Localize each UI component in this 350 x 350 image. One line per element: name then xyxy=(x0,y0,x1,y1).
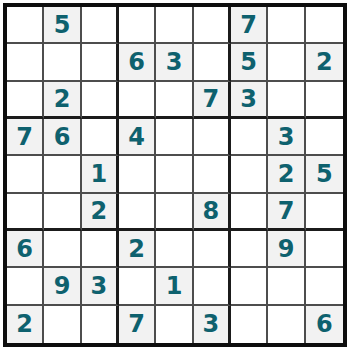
sudoku-cell-r9c7[interactable] xyxy=(231,306,268,343)
sudoku-cell-r2c3[interactable] xyxy=(82,44,119,81)
sudoku-cell-r7c1[interactable]: 6 xyxy=(7,231,44,268)
cell-digit: 4 xyxy=(128,125,145,149)
cell-digit: 3 xyxy=(90,274,107,298)
sudoku-cell-r2c5[interactable]: 3 xyxy=(156,44,193,81)
cell-digit: 5 xyxy=(316,162,333,186)
sudoku-cell-r9c3[interactable] xyxy=(82,306,119,343)
sudoku-cell-r5c5[interactable] xyxy=(156,156,193,193)
sudoku-cell-r5c2[interactable] xyxy=(44,156,81,193)
sudoku-cell-r7c9[interactable] xyxy=(306,231,343,268)
sudoku-cell-r7c7[interactable] xyxy=(231,231,268,268)
cell-digit: 7 xyxy=(128,312,145,336)
sudoku-cell-r1c6[interactable] xyxy=(194,7,231,44)
cell-digit: 5 xyxy=(54,13,71,37)
sudoku-cell-r1c3[interactable] xyxy=(82,7,119,44)
sudoku-cell-r6c9[interactable] xyxy=(306,194,343,231)
sudoku-cell-r8c4[interactable] xyxy=(119,268,156,305)
cell-digit: 2 xyxy=(316,50,333,74)
sudoku-cell-r5c4[interactable] xyxy=(119,156,156,193)
sudoku-cell-r4c3[interactable] xyxy=(82,119,119,156)
sudoku-cell-r6c1[interactable] xyxy=(7,194,44,231)
sudoku-cell-r5c6[interactable] xyxy=(194,156,231,193)
sudoku-cell-r2c6[interactable] xyxy=(194,44,231,81)
sudoku-cell-r2c4[interactable]: 6 xyxy=(119,44,156,81)
page: 57635227376431252876299312736 xyxy=(0,0,350,350)
sudoku-cell-r3c4[interactable] xyxy=(119,82,156,119)
sudoku-cell-r9c2[interactable] xyxy=(44,306,81,343)
sudoku-cell-r6c6[interactable]: 8 xyxy=(194,194,231,231)
sudoku-cell-r4c6[interactable] xyxy=(194,119,231,156)
sudoku-cell-r7c5[interactable] xyxy=(156,231,193,268)
sudoku-cell-r4c2[interactable]: 6 xyxy=(44,119,81,156)
sudoku-cell-r7c6[interactable] xyxy=(194,231,231,268)
sudoku-cell-r7c3[interactable] xyxy=(82,231,119,268)
sudoku-cell-r8c6[interactable] xyxy=(194,268,231,305)
sudoku-cell-r2c8[interactable] xyxy=(268,44,305,81)
sudoku-cell-r1c7[interactable]: 7 xyxy=(231,7,268,44)
sudoku-cell-r8c5[interactable]: 1 xyxy=(156,268,193,305)
sudoku-cell-r4c9[interactable] xyxy=(306,119,343,156)
cell-digit: 1 xyxy=(90,162,107,186)
sudoku-cell-r4c5[interactable] xyxy=(156,119,193,156)
sudoku-cell-r9c1[interactable]: 2 xyxy=(7,306,44,343)
cell-digit: 7 xyxy=(240,13,257,37)
sudoku-cell-r6c3[interactable]: 2 xyxy=(82,194,119,231)
sudoku-cell-r3c9[interactable] xyxy=(306,82,343,119)
sudoku-cell-r8c1[interactable] xyxy=(7,268,44,305)
cell-digit: 7 xyxy=(16,125,33,149)
sudoku-cell-r3c7[interactable]: 3 xyxy=(231,82,268,119)
sudoku-cell-r3c1[interactable] xyxy=(7,82,44,119)
cell-digit: 2 xyxy=(54,87,71,111)
sudoku-cell-r7c2[interactable] xyxy=(44,231,81,268)
sudoku-cell-r7c4[interactable]: 2 xyxy=(119,231,156,268)
cell-digit: 9 xyxy=(278,237,295,261)
sudoku-cell-r9c4[interactable]: 7 xyxy=(119,306,156,343)
cell-digit: 6 xyxy=(316,312,333,336)
cell-digit: 5 xyxy=(240,50,257,74)
cell-digit: 7 xyxy=(278,199,295,223)
sudoku-cell-r7c8[interactable]: 9 xyxy=(268,231,305,268)
sudoku-cell-r6c5[interactable] xyxy=(156,194,193,231)
sudoku-cell-r1c5[interactable] xyxy=(156,7,193,44)
cell-digit: 8 xyxy=(202,199,219,223)
sudoku-cell-r5c9[interactable]: 5 xyxy=(306,156,343,193)
sudoku-cell-r3c8[interactable] xyxy=(268,82,305,119)
sudoku-cell-r8c9[interactable] xyxy=(306,268,343,305)
sudoku-board: 57635227376431252876299312736 xyxy=(3,3,347,347)
sudoku-cell-r1c1[interactable] xyxy=(7,7,44,44)
cell-digit: 2 xyxy=(16,312,33,336)
sudoku-cell-r2c2[interactable] xyxy=(44,44,81,81)
cell-digit: 3 xyxy=(278,125,295,149)
cell-digit: 7 xyxy=(202,87,219,111)
sudoku-cell-r6c4[interactable] xyxy=(119,194,156,231)
sudoku-cell-r1c2[interactable]: 5 xyxy=(44,7,81,44)
sudoku-cell-r2c1[interactable] xyxy=(7,44,44,81)
cell-digit: 2 xyxy=(128,237,145,261)
sudoku-cell-r2c7[interactable]: 5 xyxy=(231,44,268,81)
sudoku-cell-r6c8[interactable]: 7 xyxy=(268,194,305,231)
sudoku-cell-r1c4[interactable] xyxy=(119,7,156,44)
cell-digit: 9 xyxy=(54,274,71,298)
sudoku-cell-r4c4[interactable]: 4 xyxy=(119,119,156,156)
sudoku-cell-r4c8[interactable]: 3 xyxy=(268,119,305,156)
sudoku-cell-r8c3[interactable]: 3 xyxy=(82,268,119,305)
sudoku-cell-r8c2[interactable]: 9 xyxy=(44,268,81,305)
sudoku-cell-r2c9[interactable]: 2 xyxy=(306,44,343,81)
sudoku-cell-r5c1[interactable] xyxy=(7,156,44,193)
sudoku-cell-r4c7[interactable] xyxy=(231,119,268,156)
sudoku-cell-r1c9[interactable] xyxy=(306,7,343,44)
cell-digit: 6 xyxy=(16,237,33,261)
sudoku-cell-r4c1[interactable]: 7 xyxy=(7,119,44,156)
sudoku-cell-r9c9[interactable]: 6 xyxy=(306,306,343,343)
sudoku-cell-r6c7[interactable] xyxy=(231,194,268,231)
cell-digit: 6 xyxy=(128,50,145,74)
sudoku-cell-r1c8[interactable] xyxy=(268,7,305,44)
cell-digit: 3 xyxy=(166,50,183,74)
sudoku-cell-r5c8[interactable]: 2 xyxy=(268,156,305,193)
cell-digit: 3 xyxy=(240,87,257,111)
sudoku-cell-r5c3[interactable]: 1 xyxy=(82,156,119,193)
sudoku-cell-r3c3[interactable] xyxy=(82,82,119,119)
sudoku-cell-r6c2[interactable] xyxy=(44,194,81,231)
sudoku-cell-r3c5[interactable] xyxy=(156,82,193,119)
sudoku-cell-r5c7[interactable] xyxy=(231,156,268,193)
cell-digit: 1 xyxy=(166,274,183,298)
sudoku-cell-r9c5[interactable] xyxy=(156,306,193,343)
sudoku-cell-r9c8[interactable] xyxy=(268,306,305,343)
cell-digit: 2 xyxy=(278,162,295,186)
sudoku-cell-r8c7[interactable] xyxy=(231,268,268,305)
cell-digit: 3 xyxy=(202,312,219,336)
cell-digit: 6 xyxy=(54,125,71,149)
sudoku-cell-r9c6[interactable]: 3 xyxy=(194,306,231,343)
sudoku-cell-r3c2[interactable]: 2 xyxy=(44,82,81,119)
sudoku-cell-r8c8[interactable] xyxy=(268,268,305,305)
sudoku-cell-r3c6[interactable]: 7 xyxy=(194,82,231,119)
cell-digit: 2 xyxy=(90,199,107,223)
